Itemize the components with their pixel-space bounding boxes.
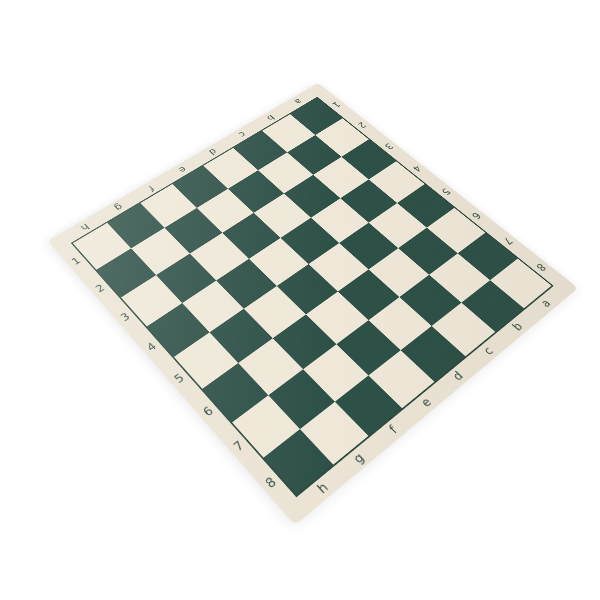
coord-number-6-a-file-edge: 6 [470,211,483,221]
product-photo-background: 1122334455667788aabbccddeeffgghh [0,0,600,600]
coord-letter-h-rank1-edge: h [79,222,91,232]
coord-letter-h-rank8-edge: h [315,481,330,496]
coord-letter-g-rank8-edge: g [351,451,366,466]
coord-number-8-a-file-edge: 8 [534,262,548,273]
coord-number-8-h-file-edge: 8 [263,475,278,490]
coord-number-5-h-file-edge: 5 [173,372,187,385]
coord-number-7-a-file-edge: 7 [501,236,514,246]
coord-letter-b-rank8-edge: b [511,321,525,333]
coord-letter-f-rank1-edge: f [146,184,155,192]
coord-number-2-h-file-edge: 2 [94,283,107,294]
coord-letter-f-rank8-edge: f [387,424,399,436]
coord-number-4-h-file-edge: 4 [145,341,158,353]
coord-letter-a-rank1-edge: a [293,97,304,105]
coord-number-3-h-file-edge: 3 [119,311,132,323]
coord-number-5-a-file-edge: 5 [439,187,452,197]
coord-letter-b-rank1-edge: b [265,113,276,121]
coord-letter-c-rank1-edge: c [237,130,248,138]
coord-letter-a-rank8-edge: a [539,298,553,309]
coord-letter-d-rank8-edge: d [451,370,466,383]
coord-number-7-h-file-edge: 7 [232,439,247,453]
coord-letter-e-rank8-edge: e [419,396,434,409]
chessboard-mat: 1122334455667788aabbccddeeffgghh [48,83,578,525]
coord-number-3-a-file-edge: 3 [383,142,395,151]
board-coordinates: 1122334455667788aabbccddeeffgghh [48,83,578,525]
coord-letter-e-rank1-edge: e [177,165,188,174]
coord-letter-d-rank1-edge: d [207,147,219,156]
coord-number-1-h-file-edge: 1 [70,256,82,267]
coord-number-6-h-file-edge: 6 [201,405,215,419]
coord-letter-c-rank8-edge: c [482,345,496,357]
coord-number-2-a-file-edge: 2 [356,121,368,129]
coord-number-1-a-file-edge: 1 [330,100,341,108]
coord-number-4-a-file-edge: 4 [410,164,422,173]
coord-letter-g-rank1-edge: g [113,202,125,212]
